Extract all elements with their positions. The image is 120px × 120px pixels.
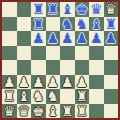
blue-pawn-piece: ♟ xyxy=(75,31,88,45)
blue-rook-piece: ♜ xyxy=(32,2,45,16)
square-c2[interactable]: ♞ xyxy=(31,89,46,104)
square-g8[interactable]: ♛ xyxy=(89,2,104,17)
square-d4[interactable] xyxy=(46,60,61,75)
square-f4[interactable] xyxy=(75,60,90,75)
white-pawn-piece: ♟ xyxy=(17,75,30,89)
square-f3[interactable]: ♟ xyxy=(75,75,90,90)
square-h7[interactable]: ♜ xyxy=(104,17,119,32)
square-h6[interactable]: ♟ xyxy=(104,31,119,46)
square-e3[interactable]: ♟ xyxy=(60,75,75,90)
white-queen-piece: ♛ xyxy=(104,2,117,16)
square-e5[interactable] xyxy=(60,46,75,61)
square-g6[interactable]: ♟ xyxy=(89,31,104,46)
blue-bishop-piece: ♝ xyxy=(90,17,103,31)
blue-knight-piece: ♞ xyxy=(75,17,88,31)
square-b5[interactable] xyxy=(17,46,32,61)
white-bishop-piece: ♝ xyxy=(46,104,59,118)
blue-pawn-piece: ♟ xyxy=(90,31,103,45)
square-e8[interactable]: ♝ xyxy=(60,2,75,17)
square-g7[interactable]: ♝ xyxy=(89,17,104,32)
white-knight-piece: ♞ xyxy=(32,89,45,103)
square-d5[interactable] xyxy=(46,46,61,61)
square-g3[interactable] xyxy=(89,75,104,90)
square-g5[interactable] xyxy=(89,46,104,61)
white-rook-piece: ♜ xyxy=(61,104,74,118)
square-a5[interactable] xyxy=(2,46,17,61)
white-pawn-piece: ♟ xyxy=(61,75,74,89)
square-h1[interactable] xyxy=(104,104,119,119)
white-pawn-piece: ♟ xyxy=(32,75,45,89)
square-a7[interactable] xyxy=(2,17,17,32)
square-f1[interactable]: ♜ xyxy=(75,104,90,119)
square-d1[interactable]: ♝ xyxy=(46,104,61,119)
square-b3[interactable]: ♟ xyxy=(17,75,32,90)
square-f2[interactable]: ♜ xyxy=(75,89,90,104)
square-e4[interactable] xyxy=(60,60,75,75)
square-h5[interactable] xyxy=(104,46,119,61)
square-g2[interactable] xyxy=(89,89,104,104)
square-d3[interactable]: ♟ xyxy=(46,75,61,90)
white-pawn-piece: ♟ xyxy=(46,75,59,89)
square-f5[interactable] xyxy=(75,46,90,61)
square-e1[interactable]: ♜ xyxy=(60,104,75,119)
blue-rook-piece: ♜ xyxy=(32,17,45,31)
square-b4[interactable] xyxy=(17,60,32,75)
square-c3[interactable]: ♟ xyxy=(31,75,46,90)
blue-pawn-piece: ♟ xyxy=(61,31,74,45)
blue-pawn-piece: ♟ xyxy=(46,31,59,45)
square-b6[interactable] xyxy=(17,31,32,46)
square-f7[interactable]: ♞ xyxy=(75,17,90,32)
blue-bishop-piece: ♝ xyxy=(61,2,74,16)
square-c1[interactable]: ♚ xyxy=(31,104,46,119)
square-f6[interactable]: ♟ xyxy=(75,31,90,46)
blue-king-piece: ♚ xyxy=(75,2,88,16)
square-e6[interactable]: ♟ xyxy=(60,31,75,46)
white-bishop-piece: ♝ xyxy=(17,89,30,103)
square-g4[interactable] xyxy=(89,60,104,75)
square-d7[interactable] xyxy=(46,17,61,32)
white-rook-piece: ♜ xyxy=(75,89,88,103)
blue-pawn-piece: ♟ xyxy=(104,31,117,45)
chess-board: ♜♜♝♚♛♛♜♞♞♝♜♟♟♟♟♟♟♟♟♟♟♟♟♜♝♞♞♜♛♛♚♝♜♜ xyxy=(2,2,118,118)
white-rook-piece: ♜ xyxy=(75,104,88,118)
square-h2[interactable] xyxy=(104,89,119,104)
white-queen-piece: ♛ xyxy=(17,104,30,118)
square-b1[interactable]: ♛ xyxy=(17,104,32,119)
square-d6[interactable]: ♟ xyxy=(46,31,61,46)
square-d8[interactable]: ♜ xyxy=(46,2,61,17)
square-b2[interactable]: ♝ xyxy=(17,89,32,104)
square-a6[interactable] xyxy=(2,31,17,46)
white-queen-piece: ♛ xyxy=(3,104,16,118)
blue-rook-piece: ♜ xyxy=(46,2,59,16)
white-pawn-piece: ♟ xyxy=(75,75,88,89)
board-frame: ♜♜♝♚♛♛♜♞♞♝♜♟♟♟♟♟♟♟♟♟♟♟♟♜♝♞♞♜♛♛♚♝♜♜ xyxy=(0,0,120,120)
white-king-piece: ♚ xyxy=(32,104,45,118)
square-a2[interactable]: ♜ xyxy=(2,89,17,104)
square-c4[interactable] xyxy=(31,60,46,75)
white-knight-piece: ♞ xyxy=(46,89,59,103)
blue-knight-piece: ♞ xyxy=(61,17,74,31)
square-c6[interactable]: ♟ xyxy=(31,31,46,46)
square-a3[interactable]: ♟ xyxy=(2,75,17,90)
square-b8[interactable] xyxy=(17,2,32,17)
square-a1[interactable]: ♛ xyxy=(2,104,17,119)
square-a8[interactable] xyxy=(2,2,17,17)
square-e2[interactable] xyxy=(60,89,75,104)
blue-rook-piece: ♜ xyxy=(104,17,117,31)
white-pawn-piece: ♟ xyxy=(3,75,16,89)
square-c8[interactable]: ♜ xyxy=(31,2,46,17)
blue-queen-piece: ♛ xyxy=(90,2,103,16)
square-d2[interactable]: ♞ xyxy=(46,89,61,104)
square-c5[interactable] xyxy=(31,46,46,61)
square-f8[interactable]: ♚ xyxy=(75,2,90,17)
square-c7[interactable]: ♜ xyxy=(31,17,46,32)
blue-pawn-piece: ♟ xyxy=(32,31,45,45)
white-rook-piece: ♜ xyxy=(3,89,16,103)
square-h4[interactable] xyxy=(104,60,119,75)
square-a4[interactable] xyxy=(2,60,17,75)
square-g1[interactable] xyxy=(89,104,104,119)
square-e7[interactable]: ♞ xyxy=(60,17,75,32)
square-b7[interactable] xyxy=(17,17,32,32)
square-h3[interactable] xyxy=(104,75,119,90)
square-h8[interactable]: ♛ xyxy=(104,2,119,17)
